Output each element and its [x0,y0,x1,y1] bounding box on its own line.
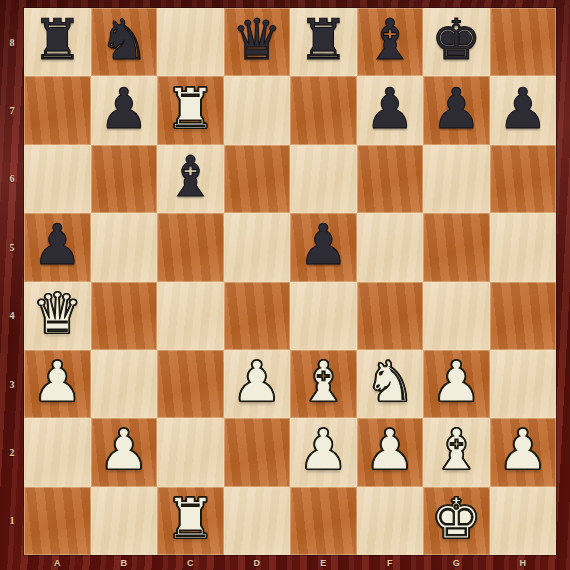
file-label-c: C [157,555,224,570]
piece-white-bishop-g2[interactable]: ♝ [431,422,481,478]
square-g5[interactable] [423,213,490,281]
piece-black-king-g8[interactable]: ♚ [431,12,481,68]
square-g3[interactable]: ♟ [423,350,490,418]
rank-label-8: 8 [0,8,24,76]
piece-white-bishop-e3[interactable]: ♝ [298,354,348,410]
piece-white-pawn-f2[interactable]: ♟ [365,422,415,478]
square-g2[interactable]: ♝ [423,418,490,486]
piece-white-knight-f3[interactable]: ♞ [365,354,415,410]
piece-white-rook-c1[interactable]: ♜ [165,491,215,547]
square-d8[interactable]: ♛ [224,8,291,76]
square-e3[interactable]: ♝ [290,350,357,418]
piece-black-pawn-b7[interactable]: ♟ [99,81,149,137]
square-g7[interactable]: ♟ [423,76,490,144]
piece-black-rook-a8[interactable]: ♜ [32,12,82,68]
piece-black-pawn-g7[interactable]: ♟ [431,81,481,137]
square-e6[interactable] [290,145,357,213]
square-f5[interactable] [357,213,424,281]
square-f3[interactable]: ♞ [357,350,424,418]
square-b5[interactable] [91,213,158,281]
square-b1[interactable] [91,487,158,555]
rank-label-6: 6 [0,145,24,213]
square-h7[interactable]: ♟ [490,76,557,144]
piece-black-pawn-h7[interactable]: ♟ [498,81,548,137]
file-label-a: A [24,555,91,570]
piece-white-pawn-e2[interactable]: ♟ [298,422,348,478]
square-b8[interactable]: ♞ [91,8,158,76]
square-e8[interactable]: ♜ [290,8,357,76]
square-d7[interactable] [224,76,291,144]
chess-board: ♜♞♛♜♝♚♟♜♟♟♟♝♟♟♛♟♟♝♞♟♟♟♟♝♟♜♚ [24,8,556,555]
rank-label-4: 4 [0,282,24,350]
rank-labels: 87654321 [0,8,24,555]
piece-white-pawn-h2[interactable]: ♟ [498,422,548,478]
square-b4[interactable] [91,282,158,350]
square-a2[interactable] [24,418,91,486]
square-c5[interactable] [157,213,224,281]
square-a8[interactable]: ♜ [24,8,91,76]
square-a4[interactable]: ♛ [24,282,91,350]
square-b3[interactable] [91,350,158,418]
square-e1[interactable] [290,487,357,555]
square-c7[interactable]: ♜ [157,76,224,144]
square-e5[interactable]: ♟ [290,213,357,281]
square-h8[interactable] [490,8,557,76]
piece-black-pawn-f7[interactable]: ♟ [365,81,415,137]
square-f2[interactable]: ♟ [357,418,424,486]
chess-board-frame: 87654321 ABCDEFGH ♜♞♛♜♝♚♟♜♟♟♟♝♟♟♛♟♟♝♞♟♟♟… [0,0,570,570]
piece-white-queen-a4[interactable]: ♛ [32,286,82,342]
square-a5[interactable]: ♟ [24,213,91,281]
piece-black-bishop-c6[interactable]: ♝ [165,149,215,205]
file-label-d: D [224,555,291,570]
square-f6[interactable] [357,145,424,213]
square-b6[interactable] [91,145,158,213]
square-g8[interactable]: ♚ [423,8,490,76]
piece-black-queen-d8[interactable]: ♛ [232,12,282,68]
square-h3[interactable] [490,350,557,418]
square-h1[interactable] [490,487,557,555]
square-c3[interactable] [157,350,224,418]
piece-white-king-g1[interactable]: ♚ [431,491,481,547]
square-a1[interactable] [24,487,91,555]
square-a7[interactable] [24,76,91,144]
square-d3[interactable]: ♟ [224,350,291,418]
square-f7[interactable]: ♟ [357,76,424,144]
square-d6[interactable] [224,145,291,213]
file-labels: ABCDEFGH [24,555,556,570]
square-c8[interactable] [157,8,224,76]
rank-label-7: 7 [0,76,24,144]
square-h6[interactable] [490,145,557,213]
square-d2[interactable] [224,418,291,486]
rank-label-2: 2 [0,418,24,486]
square-b7[interactable]: ♟ [91,76,158,144]
square-g1[interactable]: ♚ [423,487,490,555]
piece-black-rook-e8[interactable]: ♜ [298,12,348,68]
square-c6[interactable]: ♝ [157,145,224,213]
square-f8[interactable]: ♝ [357,8,424,76]
piece-white-pawn-d3[interactable]: ♟ [232,354,282,410]
square-c1[interactable]: ♜ [157,487,224,555]
square-c2[interactable] [157,418,224,486]
piece-black-knight-b8[interactable]: ♞ [99,12,149,68]
square-d1[interactable] [224,487,291,555]
piece-white-rook-c7[interactable]: ♜ [165,81,215,137]
piece-white-pawn-g3[interactable]: ♟ [431,354,481,410]
file-label-b: B [91,555,158,570]
square-e2[interactable]: ♟ [290,418,357,486]
piece-black-pawn-a5[interactable]: ♟ [32,217,82,273]
piece-white-pawn-b2[interactable]: ♟ [99,422,149,478]
square-h4[interactable] [490,282,557,350]
rank-label-1: 1 [0,487,24,555]
rank-label-3: 3 [0,350,24,418]
square-d4[interactable] [224,282,291,350]
square-h5[interactable] [490,213,557,281]
square-g4[interactable] [423,282,490,350]
piece-black-bishop-f8[interactable]: ♝ [365,12,415,68]
square-f4[interactable] [357,282,424,350]
square-e4[interactable] [290,282,357,350]
piece-black-pawn-e5[interactable]: ♟ [298,217,348,273]
square-a3[interactable]: ♟ [24,350,91,418]
square-d5[interactable] [224,213,291,281]
file-label-e: E [290,555,357,570]
file-label-g: G [423,555,490,570]
square-f1[interactable] [357,487,424,555]
square-b2[interactable]: ♟ [91,418,158,486]
square-c4[interactable] [157,282,224,350]
square-h2[interactable]: ♟ [490,418,557,486]
file-label-h: H [490,555,557,570]
file-label-f: F [357,555,424,570]
square-e7[interactable] [290,76,357,144]
piece-white-pawn-a3[interactable]: ♟ [32,354,82,410]
rank-label-5: 5 [0,213,24,281]
square-a6[interactable] [24,145,91,213]
square-g6[interactable] [423,145,490,213]
